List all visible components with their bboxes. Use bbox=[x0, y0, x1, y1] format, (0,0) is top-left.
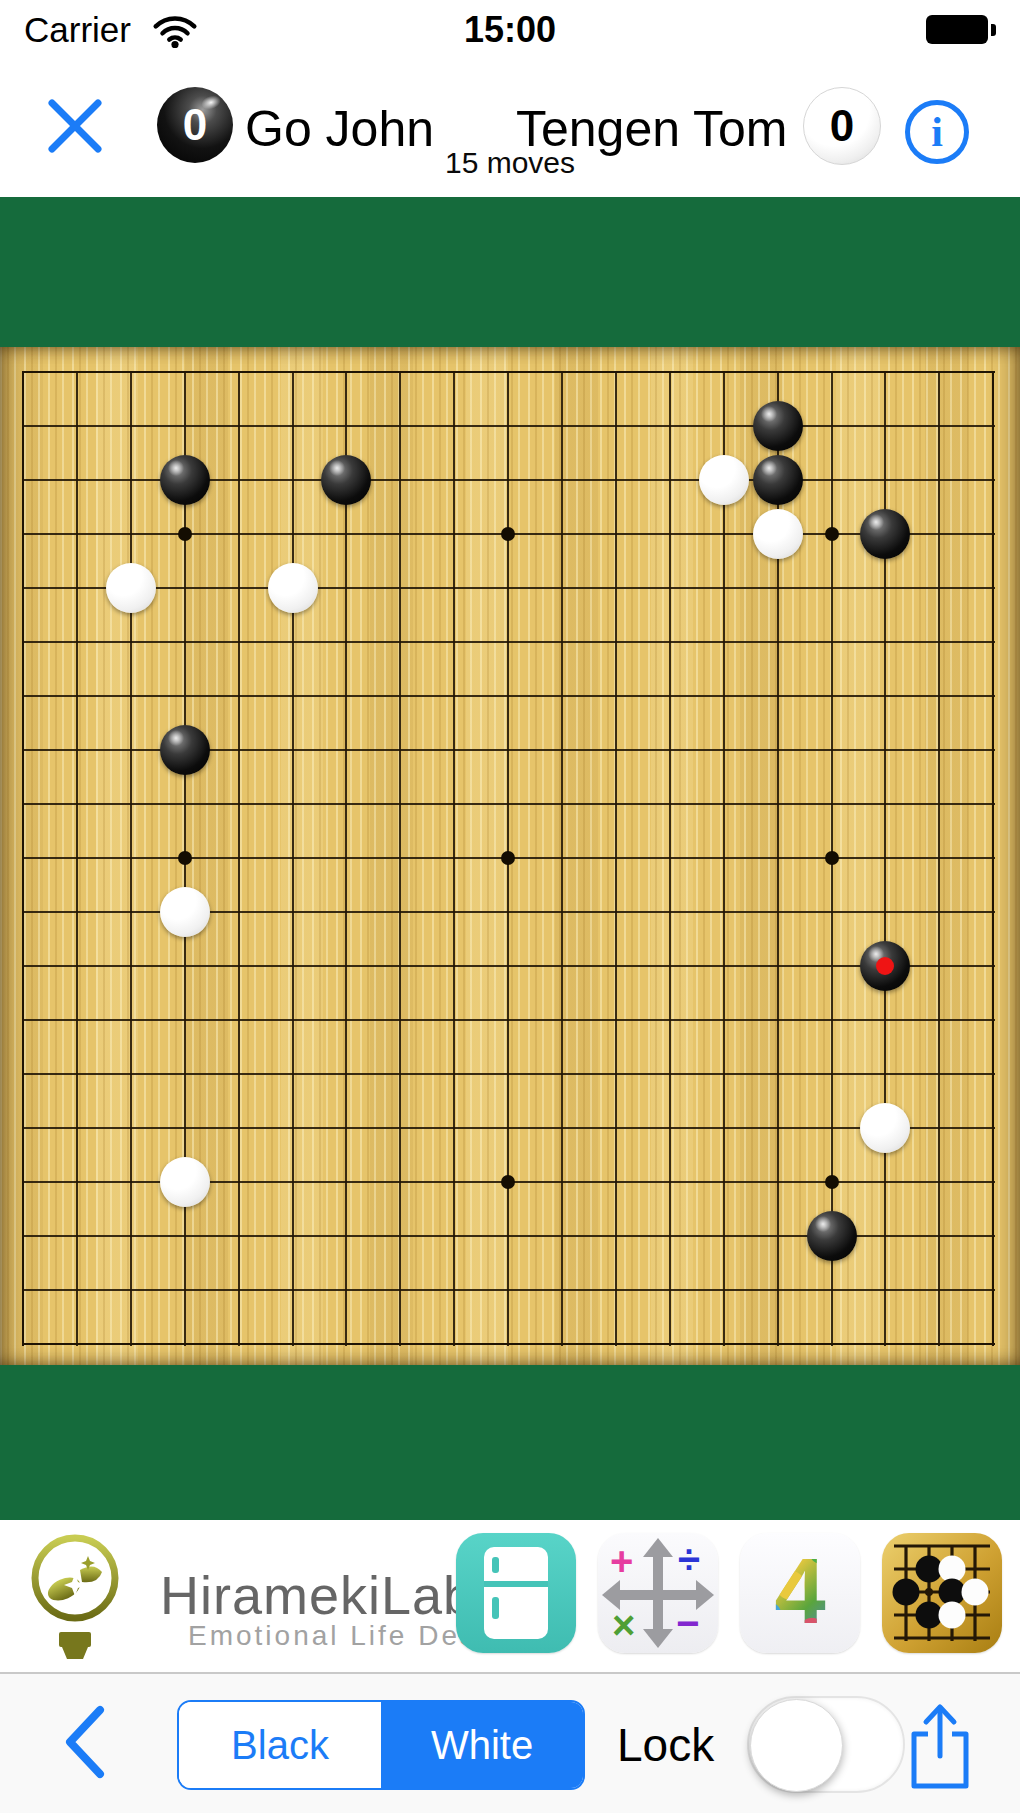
grid-line-h bbox=[22, 1127, 995, 1129]
lock-label: Lock bbox=[617, 1718, 714, 1772]
battery-icon bbox=[926, 15, 988, 44]
bottom-toolbar: Black White Lock bbox=[0, 1674, 1020, 1813]
grid-line-v bbox=[938, 371, 940, 1346]
go-app-icon[interactable] bbox=[882, 1533, 1002, 1653]
white-stone-D4 bbox=[160, 1157, 210, 1207]
table-felt-top bbox=[0, 197, 1020, 347]
minus-symbol: − bbox=[676, 1603, 699, 1643]
grid-line-h bbox=[22, 1343, 995, 1345]
plus-symbol: + bbox=[610, 1541, 633, 1581]
grid-line-v bbox=[723, 371, 725, 1346]
share-button[interactable] bbox=[906, 1700, 974, 1796]
color-segmented-control: Black White bbox=[177, 1700, 585, 1790]
star-point bbox=[825, 1175, 839, 1189]
brand-name: HiramekiLab bbox=[160, 1564, 474, 1626]
star-point bbox=[178, 527, 192, 541]
white-stone-O17 bbox=[699, 455, 749, 505]
battery-cap bbox=[991, 24, 996, 36]
black-stone-D12 bbox=[160, 725, 210, 775]
lock-toggle[interactable] bbox=[747, 1696, 905, 1793]
black-stone-R8 bbox=[860, 941, 910, 991]
star-point bbox=[501, 851, 515, 865]
go-app-screen: Carrier 15:00 0 Go John Tengen Tom 0 bbox=[0, 0, 1020, 1813]
grid-line-v bbox=[561, 371, 563, 1346]
fridge-app-icon[interactable] bbox=[456, 1533, 576, 1653]
math-app-icon[interactable]: + ÷ × − bbox=[598, 1533, 718, 1653]
multiply-symbol: × bbox=[612, 1605, 635, 1645]
grid-line-v bbox=[669, 371, 671, 1346]
white-stone-F15 bbox=[268, 563, 318, 613]
star-point bbox=[825, 851, 839, 865]
four-app-icon[interactable]: 4 bbox=[740, 1533, 860, 1653]
white-stone-P16 bbox=[753, 509, 803, 559]
divide-symbol: ÷ bbox=[678, 1539, 700, 1579]
last-move-marker bbox=[876, 957, 894, 975]
mini-go-board-icon bbox=[882, 1533, 1002, 1653]
clock: 15:00 bbox=[0, 9, 1020, 51]
white-stone-D9 bbox=[160, 887, 210, 937]
grid-line-h bbox=[22, 965, 995, 967]
fridge-divider bbox=[484, 1581, 548, 1587]
move-counter: 15 moves bbox=[0, 146, 1020, 180]
grid-line-v bbox=[615, 371, 617, 1346]
grid-line-v bbox=[992, 371, 994, 1346]
table-felt-bottom bbox=[0, 1365, 1020, 1520]
hirameki-lightbulb-logo bbox=[28, 1526, 123, 1672]
black-stone-P18 bbox=[753, 401, 803, 451]
status-bar: Carrier 15:00 bbox=[0, 0, 1020, 60]
game-header: 0 Go John Tengen Tom 0 i 15 moves bbox=[0, 60, 1020, 197]
segment-black[interactable]: Black bbox=[179, 1702, 381, 1788]
toggle-knob bbox=[750, 1699, 843, 1792]
black-captures-count: 0 bbox=[183, 100, 207, 150]
star-point bbox=[178, 851, 192, 865]
white-stone-C15 bbox=[106, 563, 156, 613]
ad-banner[interactable]: HiramekiLab Emotional Life Design + ÷ × … bbox=[0, 1520, 1020, 1674]
white-captures-count: 0 bbox=[830, 101, 854, 151]
black-stone-R16 bbox=[860, 509, 910, 559]
star-point bbox=[501, 527, 515, 541]
black-stone-G17 bbox=[321, 455, 371, 505]
star-point bbox=[501, 1175, 515, 1189]
black-stone-D17 bbox=[160, 455, 210, 505]
go-board[interactable] bbox=[0, 347, 1020, 1365]
fridge-handle-top bbox=[492, 1557, 499, 1573]
mosaic-four-glyph: 4 bbox=[740, 1539, 860, 1644]
white-stone-R5 bbox=[860, 1103, 910, 1153]
grid-line-h bbox=[22, 1289, 995, 1291]
black-stone-Q3 bbox=[807, 1211, 857, 1261]
star-point bbox=[825, 527, 839, 541]
grid-line-h bbox=[22, 1073, 995, 1075]
black-stone-P17 bbox=[753, 455, 803, 505]
segment-white[interactable]: White bbox=[381, 1702, 583, 1788]
grid-line-h bbox=[22, 1019, 995, 1021]
back-button[interactable] bbox=[60, 1704, 108, 1784]
fridge-handle-bottom bbox=[492, 1597, 499, 1619]
